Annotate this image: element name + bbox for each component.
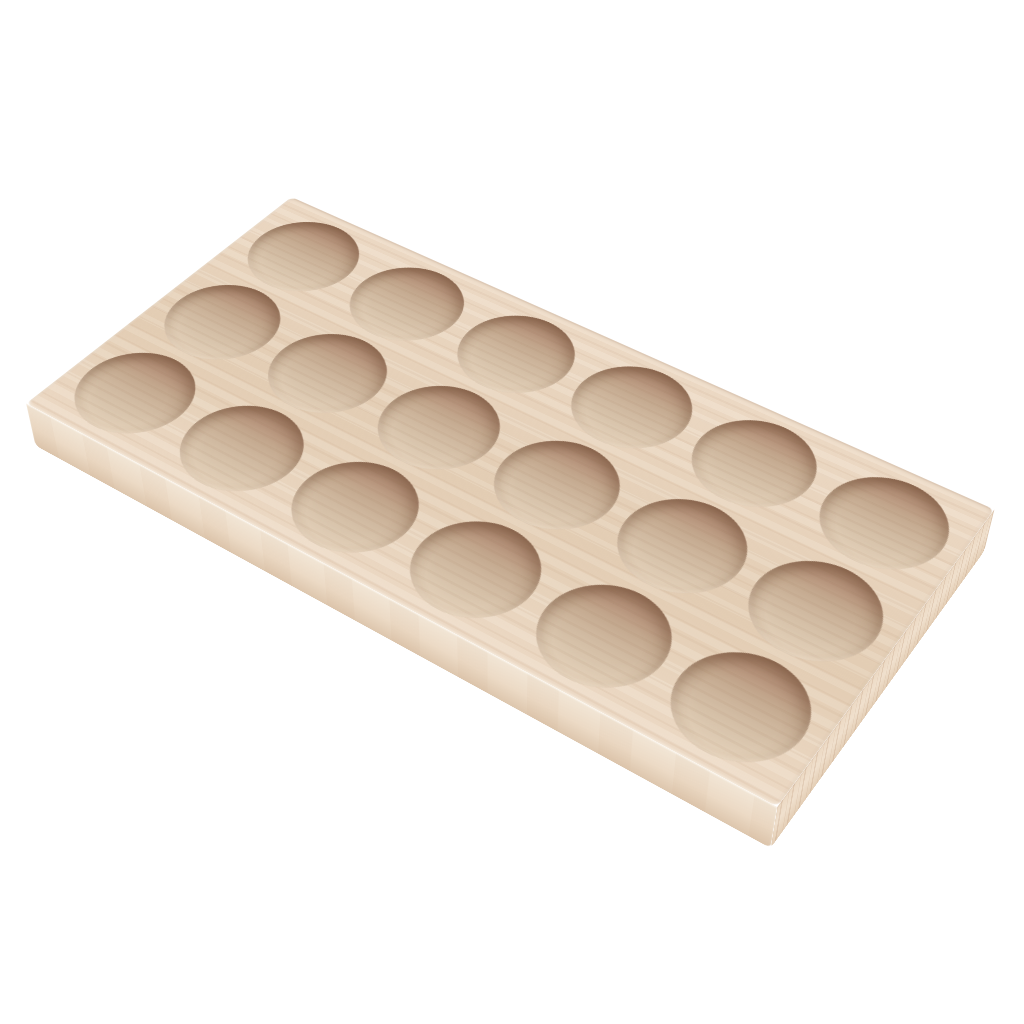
photo-canvas [0,0,1024,1024]
pit-r1c6[interactable] [796,460,970,589]
wooden-tray-board [26,197,994,807]
pit-r1c5[interactable] [668,404,839,525]
pit-r2c5[interactable] [592,481,771,613]
pit-r2c6[interactable] [724,542,907,682]
board-scene [57,240,937,670]
